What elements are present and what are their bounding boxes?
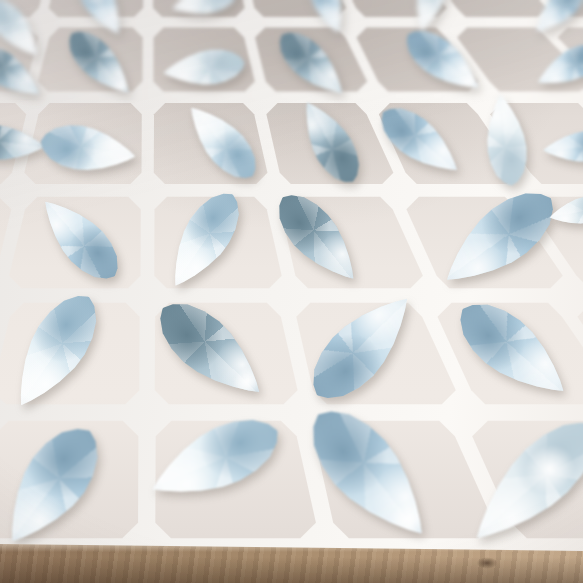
photo-stage bbox=[0, 0, 583, 583]
tray-content bbox=[0, 0, 583, 583]
